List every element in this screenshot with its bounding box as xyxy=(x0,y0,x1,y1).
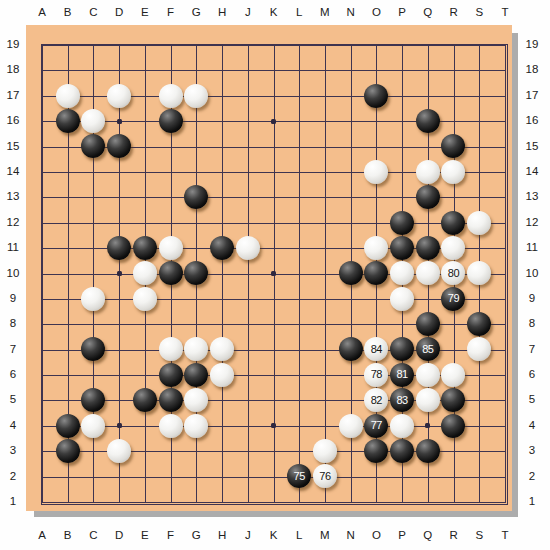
intersection-C17[interactable] xyxy=(81,83,107,108)
intersection-T11[interactable] xyxy=(492,235,518,260)
intersection-J12[interactable] xyxy=(235,210,261,235)
intersection-A3[interactable] xyxy=(29,438,55,463)
intersection-S7[interactable] xyxy=(466,337,492,362)
intersection-D9[interactable] xyxy=(106,286,132,311)
intersection-L9[interactable] xyxy=(286,286,312,311)
intersection-H15[interactable] xyxy=(209,134,235,159)
intersection-D18[interactable] xyxy=(106,58,132,83)
intersection-T18[interactable] xyxy=(492,58,518,83)
intersection-T14[interactable] xyxy=(492,159,518,184)
intersection-R17[interactable] xyxy=(441,83,467,108)
intersection-S3[interactable] xyxy=(466,438,492,463)
intersection-M14[interactable] xyxy=(312,159,338,184)
intersection-A7[interactable] xyxy=(29,337,55,362)
intersection-F14[interactable] xyxy=(158,159,184,184)
intersection-R12[interactable] xyxy=(441,210,467,235)
intersection-D5[interactable] xyxy=(106,388,132,413)
intersection-M16[interactable] xyxy=(312,108,338,133)
intersection-B8[interactable] xyxy=(55,311,81,336)
intersection-P5[interactable]: 83 xyxy=(389,388,415,413)
intersection-E9[interactable] xyxy=(132,286,158,311)
intersection-T1[interactable] xyxy=(492,489,518,514)
intersection-P11[interactable] xyxy=(389,235,415,260)
intersection-A11[interactable] xyxy=(29,235,55,260)
intersection-Q16[interactable] xyxy=(415,108,441,133)
intersection-D14[interactable] xyxy=(106,159,132,184)
intersection-E14[interactable] xyxy=(132,159,158,184)
intersection-G9[interactable] xyxy=(183,286,209,311)
intersection-S16[interactable] xyxy=(466,108,492,133)
intersection-J3[interactable] xyxy=(235,438,261,463)
intersection-C9[interactable] xyxy=(81,286,107,311)
intersection-O2[interactable] xyxy=(363,464,389,489)
intersection-O1[interactable] xyxy=(363,489,389,514)
intersection-P18[interactable] xyxy=(389,58,415,83)
intersection-L6[interactable] xyxy=(286,362,312,387)
intersection-L18[interactable] xyxy=(286,58,312,83)
intersection-L5[interactable] xyxy=(286,388,312,413)
intersection-B3[interactable] xyxy=(55,438,81,463)
intersection-E6[interactable] xyxy=(132,362,158,387)
intersection-Q4[interactable] xyxy=(415,413,441,438)
intersection-B18[interactable] xyxy=(55,58,81,83)
intersection-E7[interactable] xyxy=(132,337,158,362)
intersection-F9[interactable] xyxy=(158,286,184,311)
intersection-T15[interactable] xyxy=(492,134,518,159)
intersection-M15[interactable] xyxy=(312,134,338,159)
intersection-Q7[interactable]: 85 xyxy=(415,337,441,362)
intersection-R16[interactable] xyxy=(441,108,467,133)
intersection-C13[interactable] xyxy=(81,185,107,210)
intersection-S18[interactable] xyxy=(466,58,492,83)
intersection-L11[interactable] xyxy=(286,235,312,260)
intersection-E5[interactable] xyxy=(132,388,158,413)
intersection-A17[interactable] xyxy=(29,83,55,108)
intersection-A1[interactable] xyxy=(29,489,55,514)
intersection-R1[interactable] xyxy=(441,489,467,514)
intersection-R14[interactable] xyxy=(441,159,467,184)
intersection-G2[interactable] xyxy=(183,464,209,489)
intersection-B1[interactable] xyxy=(55,489,81,514)
intersection-H3[interactable] xyxy=(209,438,235,463)
intersection-M3[interactable] xyxy=(312,438,338,463)
intersection-B10[interactable] xyxy=(55,261,81,286)
intersection-G14[interactable] xyxy=(183,159,209,184)
intersection-R15[interactable] xyxy=(441,134,467,159)
intersection-T5[interactable] xyxy=(492,388,518,413)
intersection-N4[interactable] xyxy=(338,413,364,438)
intersection-O19[interactable] xyxy=(363,32,389,57)
intersection-S19[interactable] xyxy=(466,32,492,57)
intersection-A2[interactable] xyxy=(29,464,55,489)
intersection-G12[interactable] xyxy=(183,210,209,235)
intersection-K11[interactable] xyxy=(261,235,287,260)
intersection-K1[interactable] xyxy=(261,489,287,514)
intersection-K3[interactable] xyxy=(261,438,287,463)
intersection-P15[interactable] xyxy=(389,134,415,159)
intersection-K8[interactable] xyxy=(261,311,287,336)
intersection-T6[interactable] xyxy=(492,362,518,387)
intersection-K17[interactable] xyxy=(261,83,287,108)
intersection-B4[interactable] xyxy=(55,413,81,438)
intersection-M1[interactable] xyxy=(312,489,338,514)
intersection-J5[interactable] xyxy=(235,388,261,413)
intersection-S6[interactable] xyxy=(466,362,492,387)
intersection-G10[interactable] xyxy=(183,261,209,286)
intersection-E13[interactable] xyxy=(132,185,158,210)
intersection-P10[interactable] xyxy=(389,261,415,286)
intersection-Q19[interactable] xyxy=(415,32,441,57)
intersection-C3[interactable] xyxy=(81,438,107,463)
intersection-F17[interactable] xyxy=(158,83,184,108)
intersection-D8[interactable] xyxy=(106,311,132,336)
intersection-D10[interactable] xyxy=(106,261,132,286)
intersection-K13[interactable] xyxy=(261,185,287,210)
intersection-S13[interactable] xyxy=(466,185,492,210)
intersection-P1[interactable] xyxy=(389,489,415,514)
intersection-A16[interactable] xyxy=(29,108,55,133)
intersection-C8[interactable] xyxy=(81,311,107,336)
intersection-K10[interactable] xyxy=(261,261,287,286)
intersection-Q1[interactable] xyxy=(415,489,441,514)
intersection-Q10[interactable] xyxy=(415,261,441,286)
intersection-F11[interactable] xyxy=(158,235,184,260)
intersection-M12[interactable] xyxy=(312,210,338,235)
intersection-H8[interactable] xyxy=(209,311,235,336)
intersection-T2[interactable] xyxy=(492,464,518,489)
intersection-K6[interactable] xyxy=(261,362,287,387)
intersection-F10[interactable] xyxy=(158,261,184,286)
intersection-T17[interactable] xyxy=(492,83,518,108)
intersection-L8[interactable] xyxy=(286,311,312,336)
intersection-R6[interactable] xyxy=(441,362,467,387)
intersection-R2[interactable] xyxy=(441,464,467,489)
intersection-N12[interactable] xyxy=(338,210,364,235)
intersection-G4[interactable] xyxy=(183,413,209,438)
intersection-D6[interactable] xyxy=(106,362,132,387)
intersection-R8[interactable] xyxy=(441,311,467,336)
intersection-J8[interactable] xyxy=(235,311,261,336)
intersection-J16[interactable] xyxy=(235,108,261,133)
intersection-E15[interactable] xyxy=(132,134,158,159)
intersection-H19[interactable] xyxy=(209,32,235,57)
intersection-A8[interactable] xyxy=(29,311,55,336)
intersection-S11[interactable] xyxy=(466,235,492,260)
intersection-N11[interactable] xyxy=(338,235,364,260)
intersection-Q11[interactable] xyxy=(415,235,441,260)
intersection-S2[interactable] xyxy=(466,464,492,489)
intersection-B11[interactable] xyxy=(55,235,81,260)
intersection-H11[interactable] xyxy=(209,235,235,260)
intersection-B13[interactable] xyxy=(55,185,81,210)
intersection-K18[interactable] xyxy=(261,58,287,83)
intersection-M11[interactable] xyxy=(312,235,338,260)
intersection-N7[interactable] xyxy=(338,337,364,362)
intersection-D17[interactable] xyxy=(106,83,132,108)
intersection-F6[interactable] xyxy=(158,362,184,387)
intersection-D13[interactable] xyxy=(106,185,132,210)
intersection-H16[interactable] xyxy=(209,108,235,133)
intersection-G1[interactable] xyxy=(183,489,209,514)
intersection-Q18[interactable] xyxy=(415,58,441,83)
intersection-G5[interactable] xyxy=(183,388,209,413)
intersection-N9[interactable] xyxy=(338,286,364,311)
intersection-B6[interactable] xyxy=(55,362,81,387)
intersection-L2[interactable]: 75 xyxy=(286,464,312,489)
intersection-B16[interactable] xyxy=(55,108,81,133)
intersection-R13[interactable] xyxy=(441,185,467,210)
intersection-E19[interactable] xyxy=(132,32,158,57)
intersection-P17[interactable] xyxy=(389,83,415,108)
intersection-A15[interactable] xyxy=(29,134,55,159)
intersection-H13[interactable] xyxy=(209,185,235,210)
intersection-R4[interactable] xyxy=(441,413,467,438)
intersection-D1[interactable] xyxy=(106,489,132,514)
intersection-G3[interactable] xyxy=(183,438,209,463)
intersection-K5[interactable] xyxy=(261,388,287,413)
intersection-S15[interactable] xyxy=(466,134,492,159)
intersection-M5[interactable] xyxy=(312,388,338,413)
intersection-L17[interactable] xyxy=(286,83,312,108)
intersection-B5[interactable] xyxy=(55,388,81,413)
intersection-H7[interactable] xyxy=(209,337,235,362)
intersection-F3[interactable] xyxy=(158,438,184,463)
intersection-T19[interactable] xyxy=(492,32,518,57)
intersection-K12[interactable] xyxy=(261,210,287,235)
intersection-M9[interactable] xyxy=(312,286,338,311)
intersection-J18[interactable] xyxy=(235,58,261,83)
intersection-R11[interactable] xyxy=(441,235,467,260)
intersection-L12[interactable] xyxy=(286,210,312,235)
intersection-P13[interactable] xyxy=(389,185,415,210)
intersection-M13[interactable] xyxy=(312,185,338,210)
intersection-J7[interactable] xyxy=(235,337,261,362)
intersection-F5[interactable] xyxy=(158,388,184,413)
intersection-M8[interactable] xyxy=(312,311,338,336)
intersection-N15[interactable] xyxy=(338,134,364,159)
intersection-C11[interactable] xyxy=(81,235,107,260)
intersection-C4[interactable] xyxy=(81,413,107,438)
intersection-G11[interactable] xyxy=(183,235,209,260)
intersection-P9[interactable] xyxy=(389,286,415,311)
intersection-O16[interactable] xyxy=(363,108,389,133)
intersection-J11[interactable] xyxy=(235,235,261,260)
intersection-R5[interactable] xyxy=(441,388,467,413)
intersection-O6[interactable]: 78 xyxy=(363,362,389,387)
intersection-F7[interactable] xyxy=(158,337,184,362)
intersection-B19[interactable] xyxy=(55,32,81,57)
intersection-J15[interactable] xyxy=(235,134,261,159)
intersection-T16[interactable] xyxy=(492,108,518,133)
intersection-O9[interactable] xyxy=(363,286,389,311)
intersection-J14[interactable] xyxy=(235,159,261,184)
intersection-K7[interactable] xyxy=(261,337,287,362)
intersection-F13[interactable] xyxy=(158,185,184,210)
intersection-A19[interactable] xyxy=(29,32,55,57)
intersection-F8[interactable] xyxy=(158,311,184,336)
intersection-S10[interactable] xyxy=(466,261,492,286)
intersection-Q15[interactable] xyxy=(415,134,441,159)
intersection-G16[interactable] xyxy=(183,108,209,133)
intersection-F18[interactable] xyxy=(158,58,184,83)
intersection-R10[interactable]: 80 xyxy=(441,261,467,286)
intersection-T7[interactable] xyxy=(492,337,518,362)
intersection-J1[interactable] xyxy=(235,489,261,514)
intersection-J9[interactable] xyxy=(235,286,261,311)
intersection-E8[interactable] xyxy=(132,311,158,336)
intersection-O13[interactable] xyxy=(363,185,389,210)
intersection-B14[interactable] xyxy=(55,159,81,184)
intersection-G18[interactable] xyxy=(183,58,209,83)
intersection-H9[interactable] xyxy=(209,286,235,311)
intersection-L14[interactable] xyxy=(286,159,312,184)
intersection-B9[interactable] xyxy=(55,286,81,311)
intersection-H12[interactable] xyxy=(209,210,235,235)
intersection-O18[interactable] xyxy=(363,58,389,83)
intersection-Q2[interactable] xyxy=(415,464,441,489)
intersection-C19[interactable] xyxy=(81,32,107,57)
intersection-M18[interactable] xyxy=(312,58,338,83)
intersection-G7[interactable] xyxy=(183,337,209,362)
intersection-D2[interactable] xyxy=(106,464,132,489)
intersection-A4[interactable] xyxy=(29,413,55,438)
intersection-C12[interactable] xyxy=(81,210,107,235)
intersection-L4[interactable] xyxy=(286,413,312,438)
intersection-N2[interactable] xyxy=(338,464,364,489)
intersection-C10[interactable] xyxy=(81,261,107,286)
intersection-S8[interactable] xyxy=(466,311,492,336)
intersection-C15[interactable] xyxy=(81,134,107,159)
intersection-H2[interactable] xyxy=(209,464,235,489)
intersection-O3[interactable] xyxy=(363,438,389,463)
intersection-N1[interactable] xyxy=(338,489,364,514)
intersection-J6[interactable] xyxy=(235,362,261,387)
intersection-E1[interactable] xyxy=(132,489,158,514)
intersection-J17[interactable] xyxy=(235,83,261,108)
intersection-E17[interactable] xyxy=(132,83,158,108)
intersection-N14[interactable] xyxy=(338,159,364,184)
intersection-E4[interactable] xyxy=(132,413,158,438)
intersection-P16[interactable] xyxy=(389,108,415,133)
intersection-C6[interactable] xyxy=(81,362,107,387)
intersection-E11[interactable] xyxy=(132,235,158,260)
intersection-K19[interactable] xyxy=(261,32,287,57)
intersection-O12[interactable] xyxy=(363,210,389,235)
intersection-D7[interactable] xyxy=(106,337,132,362)
intersection-H14[interactable] xyxy=(209,159,235,184)
intersection-C7[interactable] xyxy=(81,337,107,362)
intersection-T3[interactable] xyxy=(492,438,518,463)
intersection-R7[interactable] xyxy=(441,337,467,362)
intersection-L16[interactable] xyxy=(286,108,312,133)
intersection-T12[interactable] xyxy=(492,210,518,235)
intersection-K4[interactable] xyxy=(261,413,287,438)
intersection-E2[interactable] xyxy=(132,464,158,489)
intersection-R3[interactable] xyxy=(441,438,467,463)
intersection-O7[interactable]: 84 xyxy=(363,337,389,362)
intersection-D15[interactable] xyxy=(106,134,132,159)
intersection-C5[interactable] xyxy=(81,388,107,413)
intersection-G17[interactable] xyxy=(183,83,209,108)
intersection-L15[interactable] xyxy=(286,134,312,159)
intersection-S1[interactable] xyxy=(466,489,492,514)
intersection-R9[interactable]: 79 xyxy=(441,286,467,311)
intersection-M7[interactable] xyxy=(312,337,338,362)
intersection-D16[interactable] xyxy=(106,108,132,133)
intersection-D4[interactable] xyxy=(106,413,132,438)
intersection-G19[interactable] xyxy=(183,32,209,57)
intersection-O11[interactable] xyxy=(363,235,389,260)
intersection-Q9[interactable] xyxy=(415,286,441,311)
intersection-Q13[interactable] xyxy=(415,185,441,210)
intersection-L1[interactable] xyxy=(286,489,312,514)
intersection-M2[interactable]: 76 xyxy=(312,464,338,489)
intersection-H17[interactable] xyxy=(209,83,235,108)
intersection-H10[interactable] xyxy=(209,261,235,286)
intersection-P12[interactable] xyxy=(389,210,415,235)
intersection-N3[interactable] xyxy=(338,438,364,463)
intersection-B7[interactable] xyxy=(55,337,81,362)
intersection-H6[interactable] xyxy=(209,362,235,387)
intersection-T9[interactable] xyxy=(492,286,518,311)
intersection-D3[interactable] xyxy=(106,438,132,463)
intersection-P19[interactable] xyxy=(389,32,415,57)
intersection-O14[interactable] xyxy=(363,159,389,184)
intersection-B17[interactable] xyxy=(55,83,81,108)
intersection-K2[interactable] xyxy=(261,464,287,489)
intersection-C2[interactable] xyxy=(81,464,107,489)
intersection-Q14[interactable] xyxy=(415,159,441,184)
intersection-F19[interactable] xyxy=(158,32,184,57)
intersection-Q8[interactable] xyxy=(415,311,441,336)
intersection-H1[interactable] xyxy=(209,489,235,514)
intersection-N19[interactable] xyxy=(338,32,364,57)
intersection-K15[interactable] xyxy=(261,134,287,159)
intersection-G15[interactable] xyxy=(183,134,209,159)
intersection-A13[interactable] xyxy=(29,185,55,210)
intersection-K9[interactable] xyxy=(261,286,287,311)
intersection-P4[interactable] xyxy=(389,413,415,438)
intersection-M10[interactable] xyxy=(312,261,338,286)
intersection-N10[interactable] xyxy=(338,261,364,286)
intersection-E10[interactable] xyxy=(132,261,158,286)
intersection-P3[interactable] xyxy=(389,438,415,463)
intersection-O15[interactable] xyxy=(363,134,389,159)
intersection-F2[interactable] xyxy=(158,464,184,489)
intersection-O17[interactable] xyxy=(363,83,389,108)
intersection-P6[interactable]: 81 xyxy=(389,362,415,387)
intersection-B2[interactable] xyxy=(55,464,81,489)
intersection-M6[interactable] xyxy=(312,362,338,387)
intersection-E3[interactable] xyxy=(132,438,158,463)
intersection-H5[interactable] xyxy=(209,388,235,413)
intersection-T13[interactable] xyxy=(492,185,518,210)
intersection-A18[interactable] xyxy=(29,58,55,83)
intersection-Q17[interactable] xyxy=(415,83,441,108)
intersection-C1[interactable] xyxy=(81,489,107,514)
intersection-N5[interactable] xyxy=(338,388,364,413)
intersection-N17[interactable] xyxy=(338,83,364,108)
intersection-C14[interactable] xyxy=(81,159,107,184)
intersection-O8[interactable] xyxy=(363,311,389,336)
intersection-O10[interactable] xyxy=(363,261,389,286)
intersection-N8[interactable] xyxy=(338,311,364,336)
intersection-Q12[interactable] xyxy=(415,210,441,235)
intersection-J4[interactable] xyxy=(235,413,261,438)
intersection-S4[interactable] xyxy=(466,413,492,438)
intersection-F16[interactable] xyxy=(158,108,184,133)
intersection-L13[interactable] xyxy=(286,185,312,210)
